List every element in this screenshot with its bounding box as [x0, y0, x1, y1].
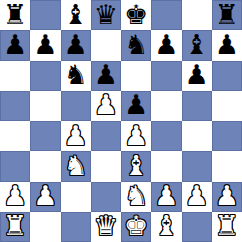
square-f6[interactable]	[151, 61, 181, 91]
square-b6[interactable]	[30, 61, 60, 91]
black-bishop-piece[interactable]: ♝	[64, 1, 88, 28]
square-e8[interactable]: ♚	[121, 0, 151, 30]
square-g1[interactable]	[182, 212, 212, 242]
white-pawn-piece[interactable]: ♟	[64, 122, 88, 149]
white-rook-piece[interactable]: ♜	[3, 212, 27, 239]
square-h8[interactable]: ♜	[212, 0, 242, 30]
black-pawn-piece[interactable]: ♟	[3, 31, 27, 58]
white-pawn-piece[interactable]: ♟	[124, 122, 148, 149]
square-c4[interactable]: ♟	[61, 121, 91, 151]
square-g8[interactable]	[182, 0, 212, 30]
square-c8[interactable]: ♝	[61, 0, 91, 30]
square-g7[interactable]: ♝	[182, 30, 212, 60]
black-rook-piece[interactable]: ♜	[3, 1, 27, 28]
black-pawn-piece[interactable]: ♟	[94, 61, 118, 88]
white-knight-piece[interactable]: ♞	[124, 182, 148, 209]
square-f3[interactable]	[151, 151, 181, 181]
square-f7[interactable]: ♟	[151, 30, 181, 60]
white-bishop-piece[interactable]: ♝	[154, 212, 178, 239]
square-e3[interactable]: ♝	[121, 151, 151, 181]
square-h3[interactable]	[212, 151, 242, 181]
white-pawn-piece[interactable]: ♟	[33, 182, 57, 209]
black-rook-piece[interactable]: ♜	[215, 1, 239, 28]
black-queen-piece[interactable]: ♛	[94, 1, 118, 28]
square-a2[interactable]: ♟	[0, 182, 30, 212]
square-d5[interactable]: ♟	[91, 91, 121, 121]
square-e1[interactable]: ♚	[121, 212, 151, 242]
square-g6[interactable]: ♟	[182, 61, 212, 91]
black-bishop-piece[interactable]: ♝	[185, 31, 209, 58]
square-d7[interactable]	[91, 30, 121, 60]
square-f5[interactable]	[151, 91, 181, 121]
white-queen-piece[interactable]: ♛	[94, 212, 118, 239]
square-a6[interactable]	[0, 61, 30, 91]
square-e4[interactable]: ♟	[121, 121, 151, 151]
square-g4[interactable]	[182, 121, 212, 151]
square-c5[interactable]	[61, 91, 91, 121]
black-king-piece[interactable]: ♚	[124, 1, 148, 28]
square-b1[interactable]	[30, 212, 60, 242]
white-king-piece[interactable]: ♚	[124, 212, 148, 239]
square-h6[interactable]	[212, 61, 242, 91]
square-c7[interactable]: ♟	[61, 30, 91, 60]
square-f1[interactable]: ♝	[151, 212, 181, 242]
white-bishop-piece[interactable]: ♝	[124, 152, 148, 179]
square-a1[interactable]: ♜	[0, 212, 30, 242]
square-d8[interactable]: ♛	[91, 0, 121, 30]
square-g3[interactable]	[182, 151, 212, 181]
square-a5[interactable]	[0, 91, 30, 121]
white-rook-piece[interactable]: ♜	[215, 212, 239, 239]
square-c3[interactable]: ♞	[61, 151, 91, 181]
square-e5[interactable]: ♟	[121, 91, 151, 121]
square-d3[interactable]	[91, 151, 121, 181]
black-pawn-piece[interactable]: ♟	[185, 61, 209, 88]
square-a8[interactable]: ♜	[0, 0, 30, 30]
square-c1[interactable]	[61, 212, 91, 242]
square-b4[interactable]	[30, 121, 60, 151]
square-b2[interactable]: ♟	[30, 182, 60, 212]
black-pawn-piece[interactable]: ♟	[154, 31, 178, 58]
square-e7[interactable]: ♞	[121, 30, 151, 60]
square-e2[interactable]: ♞	[121, 182, 151, 212]
chess-board: ♜♝♛♚♜♟♟♟♞♟♝♟♞♟♟♟♟♟♟♞♝♟♟♞♟♟♟♜♛♚♝♜	[0, 0, 242, 242]
square-g5[interactable]	[182, 91, 212, 121]
square-g2[interactable]: ♟	[182, 182, 212, 212]
square-a4[interactable]	[0, 121, 30, 151]
square-c2[interactable]	[61, 182, 91, 212]
square-h7[interactable]: ♟	[212, 30, 242, 60]
square-d4[interactable]	[91, 121, 121, 151]
white-pawn-piece[interactable]: ♟	[215, 182, 239, 209]
square-a7[interactable]: ♟	[0, 30, 30, 60]
square-h1[interactable]: ♜	[212, 212, 242, 242]
black-pawn-piece[interactable]: ♟	[33, 31, 57, 58]
square-c6[interactable]: ♞	[61, 61, 91, 91]
square-a3[interactable]	[0, 151, 30, 181]
black-pawn-piece[interactable]: ♟	[64, 31, 88, 58]
square-f4[interactable]	[151, 121, 181, 151]
black-pawn-piece[interactable]: ♟	[215, 31, 239, 58]
square-f8[interactable]	[151, 0, 181, 30]
square-b7[interactable]: ♟	[30, 30, 60, 60]
square-e6[interactable]	[121, 61, 151, 91]
white-pawn-piece[interactable]: ♟	[3, 182, 27, 209]
white-pawn-piece[interactable]: ♟	[154, 182, 178, 209]
square-b3[interactable]	[30, 151, 60, 181]
square-d1[interactable]: ♛	[91, 212, 121, 242]
square-h2[interactable]: ♟	[212, 182, 242, 212]
black-knight-piece[interactable]: ♞	[124, 31, 148, 58]
white-pawn-piece[interactable]: ♟	[94, 91, 118, 118]
white-knight-piece[interactable]: ♞	[64, 152, 88, 179]
square-b5[interactable]	[30, 91, 60, 121]
square-h4[interactable]	[212, 121, 242, 151]
square-h5[interactable]	[212, 91, 242, 121]
square-d6[interactable]: ♟	[91, 61, 121, 91]
square-f2[interactable]: ♟	[151, 182, 181, 212]
square-b8[interactable]	[30, 0, 60, 30]
square-d2[interactable]	[91, 182, 121, 212]
black-knight-piece[interactable]: ♞	[64, 61, 88, 88]
white-pawn-piece[interactable]: ♟	[185, 182, 209, 209]
black-pawn-piece[interactable]: ♟	[124, 91, 148, 118]
